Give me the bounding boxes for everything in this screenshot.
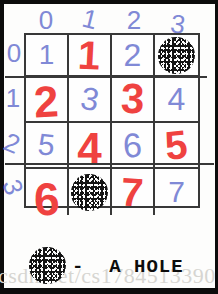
col-label-2: 2 [121,7,147,33]
cell-r3c0: 6 [26,169,69,215]
cell-r1c1-digit: 3 [78,82,101,117]
row-label-1: 1 [0,85,26,111]
cell-r1c3-digit: 4 [168,83,186,115]
cell-r0c2: 2 [112,35,155,77]
cell-r0c3 [155,35,198,77]
cell-r2c2-digit: 6 [122,127,143,162]
overshoot-line-row1 [5,76,207,78]
overshoot-line-row3 [5,163,214,165]
hole [71,174,108,211]
cell-r3c2: 7 [112,169,155,215]
cell-r3c3: 7 [155,169,198,215]
cell-r2c0-digit: 5 [37,129,57,161]
cell-r0c0: 1 [26,35,69,77]
cell-r3c0-digit: 6 [33,176,60,223]
diagram-canvas: csdn.net/cs1784513390 0 1 2 3 0 1 2 3 1 … [0,0,218,294]
cell-r0c0-digit: 1 [39,41,55,69]
cell-r3c3-digit: 7 [168,177,185,207]
hole [158,37,195,74]
legend-label: - A HOLE [72,258,184,277]
cell-r3c1 [69,169,112,215]
cell-r0c2-digit: 2 [124,39,142,71]
cell-r1c0-digit: 2 [33,79,60,124]
cell-r1c1: 3 [69,77,112,123]
cell-r1c2-digit: 3 [120,78,145,121]
cell-r1c3: 4 [155,77,198,123]
cell-r3c2-digit: 7 [120,171,145,212]
puzzle-grid: 1 1 2 2 3 3 4 5 4 6 5 6 7 7 [24,33,200,208]
cell-r0c1: 1 [69,35,112,77]
cell-r2c3-digit: 5 [163,124,189,166]
col-label-0: 0 [33,7,59,33]
hole-legend-icon [29,247,66,284]
cell-r1c2: 3 [112,77,155,123]
cell-r1c0: 2 [26,77,69,123]
cell-r0c1-digit: 1 [77,34,101,75]
